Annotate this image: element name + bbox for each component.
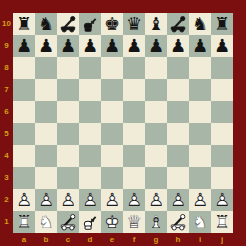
file-label-b: b — [35, 233, 57, 246]
square-c2[interactable]: ♟♙ — [57, 189, 79, 211]
file-label-e: e — [101, 233, 123, 246]
rank-label-6: 6 — [0, 101, 13, 123]
white-pawn[interactable]: ♟♙ — [189, 189, 211, 211]
square-f5[interactable] — [123, 123, 145, 145]
black-pawn[interactable]: ♟ — [211, 35, 233, 57]
square-c7[interactable] — [57, 79, 79, 101]
square-i5[interactable] — [189, 123, 211, 145]
square-d10[interactable] — [79, 13, 101, 35]
square-g3[interactable] — [145, 167, 167, 189]
square-c10[interactable] — [57, 13, 79, 35]
black-guard[interactable] — [79, 15, 101, 37]
white-king[interactable]: ♚♔ — [101, 211, 123, 233]
black-pawn[interactable]: ♟ — [35, 35, 57, 57]
square-g8[interactable] — [145, 57, 167, 79]
square-e1[interactable]: ♚♔ — [101, 211, 123, 233]
square-e9[interactable]: ♟ — [101, 35, 123, 57]
square-i6[interactable] — [189, 101, 211, 123]
rank-label-5: 5 — [0, 123, 13, 145]
square-h10[interactable] — [167, 13, 189, 35]
square-i9[interactable]: ♟ — [189, 35, 211, 57]
file-label-c: c — [57, 233, 79, 246]
square-d9[interactable]: ♟ — [79, 35, 101, 57]
black-pawn[interactable]: ♟ — [57, 35, 79, 57]
black-catapult[interactable] — [57, 15, 79, 37]
file-label-h: h — [167, 233, 189, 246]
square-j1[interactable]: ♜♖ — [211, 211, 233, 233]
square-j8[interactable] — [211, 57, 233, 79]
square-d7[interactable] — [79, 79, 101, 101]
white-pawn[interactable]: ♟♙ — [101, 189, 123, 211]
square-a8[interactable] — [13, 57, 35, 79]
white-catapult[interactable] — [167, 213, 189, 235]
square-g10[interactable]: ♝ — [145, 13, 167, 35]
square-c1[interactable] — [57, 211, 79, 233]
guard-icon — [81, 213, 99, 231]
white-queen[interactable]: ♛♕ — [123, 211, 145, 233]
rank-label-8: 8 — [0, 57, 13, 79]
black-rook[interactable]: ♜ — [13, 13, 35, 35]
square-h7[interactable] — [167, 79, 189, 101]
square-a1[interactable]: ♜♖ — [13, 211, 35, 233]
square-j9[interactable]: ♟ — [211, 35, 233, 57]
black-queen[interactable]: ♛ — [123, 13, 145, 35]
white-catapult[interactable] — [57, 213, 79, 235]
square-j2[interactable]: ♟♙ — [211, 189, 233, 211]
square-f6[interactable] — [123, 101, 145, 123]
rank-label-9: 9 — [0, 35, 13, 57]
square-b2[interactable]: ♟♙ — [35, 189, 57, 211]
square-j3[interactable] — [211, 167, 233, 189]
black-pawn[interactable]: ♟ — [13, 35, 35, 57]
square-d8[interactable] — [79, 57, 101, 79]
square-b4[interactable] — [35, 145, 57, 167]
square-f2[interactable]: ♟♙ — [123, 189, 145, 211]
square-g2[interactable]: ♟♙ — [145, 189, 167, 211]
square-h6[interactable] — [167, 101, 189, 123]
square-e5[interactable] — [101, 123, 123, 145]
rank-label-7: 7 — [0, 79, 13, 101]
square-e6[interactable] — [101, 101, 123, 123]
square-h3[interactable] — [167, 167, 189, 189]
white-knight[interactable]: ♞♘ — [35, 211, 57, 233]
square-c9[interactable]: ♟ — [57, 35, 79, 57]
black-pawn[interactable]: ♟ — [145, 35, 167, 57]
square-g7[interactable] — [145, 79, 167, 101]
black-catapult[interactable] — [167, 15, 189, 37]
file-label-d: d — [79, 233, 101, 246]
square-c8[interactable] — [57, 57, 79, 79]
square-f3[interactable] — [123, 167, 145, 189]
square-c6[interactable] — [57, 101, 79, 123]
black-knight[interactable]: ♞ — [189, 13, 211, 35]
file-label-i: i — [189, 233, 211, 246]
catapult-icon — [169, 213, 187, 231]
square-i8[interactable] — [189, 57, 211, 79]
square-b7[interactable] — [35, 79, 57, 101]
white-pawn[interactable]: ♟♙ — [57, 189, 79, 211]
square-i1[interactable]: ♞♘ — [189, 211, 211, 233]
square-a2[interactable]: ♟♙ — [13, 189, 35, 211]
square-e7[interactable] — [101, 79, 123, 101]
square-a10[interactable]: ♜ — [13, 13, 35, 35]
white-knight[interactable]: ♞♘ — [189, 211, 211, 233]
white-rook[interactable]: ♜♖ — [211, 211, 233, 233]
square-f4[interactable] — [123, 145, 145, 167]
square-e2[interactable]: ♟♙ — [101, 189, 123, 211]
white-pawn[interactable]: ♟♙ — [13, 189, 35, 211]
square-e3[interactable] — [101, 167, 123, 189]
square-e4[interactable] — [101, 145, 123, 167]
file-label-f: f — [123, 233, 145, 246]
file-label-j: j — [211, 233, 233, 246]
board: ♜♞♚♛♝♞♜♟♟♟♟♟♟♟♟♟♟♟♙♟♙♟♙♟♙♟♙♟♙♟♙♟♙♟♙♟♙♜♖♞… — [13, 13, 233, 233]
black-knight[interactable]: ♞ — [35, 13, 57, 35]
black-king[interactable]: ♚ — [101, 13, 123, 35]
rank-label-4: 4 — [0, 145, 13, 167]
black-pawn[interactable]: ♟ — [123, 35, 145, 57]
white-guard[interactable] — [79, 213, 101, 235]
white-pawn[interactable]: ♟♙ — [167, 189, 189, 211]
square-i7[interactable] — [189, 79, 211, 101]
white-pawn[interactable]: ♟♙ — [79, 189, 101, 211]
square-j4[interactable] — [211, 145, 233, 167]
square-j7[interactable] — [211, 79, 233, 101]
rank-label-3: 3 — [0, 167, 13, 189]
square-d1[interactable] — [79, 211, 101, 233]
square-a4[interactable] — [13, 145, 35, 167]
white-rook[interactable]: ♜♖ — [13, 211, 35, 233]
black-pawn[interactable]: ♟ — [79, 35, 101, 57]
white-pawn[interactable]: ♟♙ — [145, 189, 167, 211]
square-b6[interactable] — [35, 101, 57, 123]
catapult-icon — [59, 15, 77, 33]
black-rook[interactable]: ♜ — [211, 13, 233, 35]
white-pawn[interactable]: ♟♙ — [35, 189, 57, 211]
square-f9[interactable]: ♟ — [123, 35, 145, 57]
square-h2[interactable]: ♟♙ — [167, 189, 189, 211]
square-c3[interactable] — [57, 167, 79, 189]
square-j10[interactable]: ♜ — [211, 13, 233, 35]
black-pawn[interactable]: ♟ — [189, 35, 211, 57]
square-a9[interactable]: ♟ — [13, 35, 35, 57]
square-b8[interactable] — [35, 57, 57, 79]
square-i3[interactable] — [189, 167, 211, 189]
square-h4[interactable] — [167, 145, 189, 167]
file-label-a: a — [13, 233, 35, 246]
square-a7[interactable] — [13, 79, 35, 101]
square-g4[interactable] — [145, 145, 167, 167]
rank-label-1: 1 — [0, 211, 13, 233]
white-bishop[interactable]: ♝♗ — [145, 211, 167, 233]
square-j5[interactable] — [211, 123, 233, 145]
black-pawn[interactable]: ♟ — [101, 35, 123, 57]
square-i10[interactable]: ♞ — [189, 13, 211, 35]
square-i4[interactable] — [189, 145, 211, 167]
square-d3[interactable] — [79, 167, 101, 189]
white-pawn[interactable]: ♟♙ — [123, 189, 145, 211]
square-b1[interactable]: ♞♘ — [35, 211, 57, 233]
square-h5[interactable] — [167, 123, 189, 145]
black-bishop[interactable]: ♝ — [145, 13, 167, 35]
square-d5[interactable] — [79, 123, 101, 145]
rank-label-2: 2 — [0, 189, 13, 211]
square-j6[interactable] — [211, 101, 233, 123]
square-a5[interactable] — [13, 123, 35, 145]
white-pawn[interactable]: ♟♙ — [211, 189, 233, 211]
square-g1[interactable]: ♝♗ — [145, 211, 167, 233]
square-c4[interactable] — [57, 145, 79, 167]
catapult-icon — [59, 213, 77, 231]
square-h9[interactable]: ♟ — [167, 35, 189, 57]
square-f1[interactable]: ♛♕ — [123, 211, 145, 233]
square-b5[interactable] — [35, 123, 57, 145]
square-d2[interactable]: ♟♙ — [79, 189, 101, 211]
square-g9[interactable]: ♟ — [145, 35, 167, 57]
square-b3[interactable] — [35, 167, 57, 189]
square-f7[interactable] — [123, 79, 145, 101]
guard-icon — [81, 15, 99, 33]
square-b9[interactable]: ♟ — [35, 35, 57, 57]
square-g5[interactable] — [145, 123, 167, 145]
black-pawn[interactable]: ♟ — [167, 35, 189, 57]
square-d6[interactable] — [79, 101, 101, 123]
square-h8[interactable] — [167, 57, 189, 79]
square-a6[interactable] — [13, 101, 35, 123]
square-e10[interactable]: ♚ — [101, 13, 123, 35]
square-b10[interactable]: ♞ — [35, 13, 57, 35]
square-g6[interactable] — [145, 101, 167, 123]
square-c5[interactable] — [57, 123, 79, 145]
square-i2[interactable]: ♟♙ — [189, 189, 211, 211]
square-d4[interactable] — [79, 145, 101, 167]
catapult-icon — [169, 15, 187, 33]
square-f8[interactable] — [123, 57, 145, 79]
square-a3[interactable] — [13, 167, 35, 189]
square-h1[interactable] — [167, 211, 189, 233]
square-e8[interactable] — [101, 57, 123, 79]
board-frame: 10987654321 ♜♞♚♛♝♞♜♟♟♟♟♟♟♟♟♟♟♟♙♟♙♟♙♟♙♟♙♟… — [0, 0, 246, 246]
file-label-g: g — [145, 233, 167, 246]
rank-label-10: 10 — [0, 13, 13, 35]
square-f10[interactable]: ♛ — [123, 13, 145, 35]
